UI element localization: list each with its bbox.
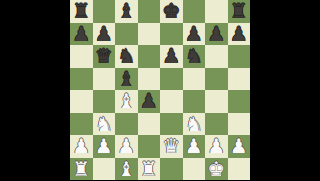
square-h5[interactable]	[228, 68, 251, 91]
square-b6[interactable]: ♛	[93, 45, 116, 68]
piece-white-pawn[interactable]: ♟	[207, 135, 225, 158]
letterbox-right	[250, 0, 320, 180]
square-e5[interactable]	[160, 68, 183, 91]
square-g6[interactable]	[205, 45, 228, 68]
piece-white-pawn[interactable]: ♟	[95, 135, 113, 158]
square-a3[interactable]	[70, 113, 93, 136]
square-c7[interactable]	[115, 23, 138, 46]
square-h3[interactable]	[228, 113, 251, 136]
piece-black-pawn[interactable]: ♟	[162, 45, 180, 68]
square-a6[interactable]	[70, 45, 93, 68]
square-e6[interactable]: ♟	[160, 45, 183, 68]
square-f1[interactable]	[183, 158, 206, 181]
letterbox-left	[0, 0, 70, 180]
square-e3[interactable]	[160, 113, 183, 136]
piece-white-knight[interactable]: ♞	[185, 112, 203, 135]
square-b1[interactable]	[93, 158, 116, 181]
square-a7[interactable]: ♟	[70, 23, 93, 46]
piece-black-pawn[interactable]: ♟	[95, 22, 113, 45]
piece-white-pawn[interactable]: ♟	[185, 135, 203, 158]
square-b4[interactable]	[93, 90, 116, 113]
square-f5[interactable]	[183, 68, 206, 91]
video-frame: ♜♝♚♜♟♟♟♟♟♛♞♟♞♝♝♟♞♞♟♟♟♛♟♟♟♜♝♜♚	[0, 0, 320, 180]
square-d8[interactable]	[138, 0, 161, 23]
square-h7[interactable]: ♟	[228, 23, 251, 46]
piece-black-pawn[interactable]: ♟	[207, 22, 225, 45]
square-f6[interactable]: ♞	[183, 45, 206, 68]
square-c4[interactable]: ♝	[115, 90, 138, 113]
piece-white-pawn[interactable]: ♟	[72, 135, 90, 158]
square-f7[interactable]: ♟	[183, 23, 206, 46]
square-b7[interactable]: ♟	[93, 23, 116, 46]
square-a4[interactable]	[70, 90, 93, 113]
square-g5[interactable]	[205, 68, 228, 91]
piece-black-queen[interactable]: ♛	[95, 45, 113, 68]
square-h6[interactable]	[228, 45, 251, 68]
square-c1[interactable]: ♝	[115, 158, 138, 181]
square-c5[interactable]: ♝	[115, 68, 138, 91]
square-d5[interactable]	[138, 68, 161, 91]
square-a8[interactable]: ♜	[70, 0, 93, 23]
square-h2[interactable]: ♟	[228, 135, 251, 158]
piece-black-pawn[interactable]: ♟	[230, 22, 248, 45]
square-b5[interactable]	[93, 68, 116, 91]
piece-black-bishop[interactable]: ♝	[117, 0, 135, 22]
square-c2[interactable]: ♟	[115, 135, 138, 158]
piece-black-king[interactable]: ♚	[162, 0, 180, 22]
square-b8[interactable]	[93, 0, 116, 23]
piece-white-pawn[interactable]: ♟	[117, 135, 135, 158]
square-f8[interactable]	[183, 0, 206, 23]
square-a1[interactable]: ♜	[70, 158, 93, 181]
square-h1[interactable]	[228, 158, 251, 181]
piece-white-bishop[interactable]: ♝	[117, 157, 135, 180]
piece-white-king[interactable]: ♚	[207, 157, 225, 180]
square-d4[interactable]: ♟	[138, 90, 161, 113]
square-b3[interactable]: ♞	[93, 113, 116, 136]
piece-white-knight[interactable]: ♞	[95, 112, 113, 135]
square-e2[interactable]: ♛	[160, 135, 183, 158]
piece-black-bishop[interactable]: ♝	[117, 67, 135, 90]
square-e8[interactable]: ♚	[160, 0, 183, 23]
square-h8[interactable]: ♜	[228, 0, 251, 23]
square-a5[interactable]	[70, 68, 93, 91]
square-h4[interactable]	[228, 90, 251, 113]
piece-white-rook[interactable]: ♜	[140, 157, 158, 180]
chess-board[interactable]: ♜♝♚♜♟♟♟♟♟♛♞♟♞♝♝♟♞♞♟♟♟♛♟♟♟♜♝♜♚	[70, 0, 250, 180]
piece-black-pawn[interactable]: ♟	[72, 22, 90, 45]
piece-black-rook[interactable]: ♜	[230, 0, 248, 22]
piece-black-knight[interactable]: ♞	[117, 45, 135, 68]
piece-white-pawn[interactable]: ♟	[230, 135, 248, 158]
square-f4[interactable]	[183, 90, 206, 113]
square-e4[interactable]	[160, 90, 183, 113]
piece-black-pawn[interactable]: ♟	[185, 22, 203, 45]
square-e1[interactable]	[160, 158, 183, 181]
square-b2[interactable]: ♟	[93, 135, 116, 158]
piece-white-rook[interactable]: ♜	[72, 157, 90, 180]
square-d3[interactable]	[138, 113, 161, 136]
piece-black-knight[interactable]: ♞	[185, 45, 203, 68]
square-g1[interactable]: ♚	[205, 158, 228, 181]
square-d1[interactable]: ♜	[138, 158, 161, 181]
square-g2[interactable]: ♟	[205, 135, 228, 158]
piece-black-pawn[interactable]: ♟	[140, 90, 158, 113]
square-a2[interactable]: ♟	[70, 135, 93, 158]
square-d2[interactable]	[138, 135, 161, 158]
square-g4[interactable]	[205, 90, 228, 113]
square-c3[interactable]	[115, 113, 138, 136]
square-g3[interactable]	[205, 113, 228, 136]
square-g8[interactable]	[205, 0, 228, 23]
square-f3[interactable]: ♞	[183, 113, 206, 136]
square-d7[interactable]	[138, 23, 161, 46]
piece-black-rook[interactable]: ♜	[72, 0, 90, 22]
square-d6[interactable]	[138, 45, 161, 68]
square-g7[interactable]: ♟	[205, 23, 228, 46]
piece-white-queen[interactable]: ♛	[162, 135, 180, 158]
square-c8[interactable]: ♝	[115, 0, 138, 23]
square-e7[interactable]	[160, 23, 183, 46]
square-c6[interactable]: ♞	[115, 45, 138, 68]
piece-white-bishop[interactable]: ♝	[117, 90, 135, 113]
square-f2[interactable]: ♟	[183, 135, 206, 158]
